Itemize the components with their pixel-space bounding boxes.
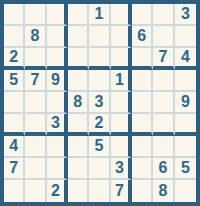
sudoku-cell-r9c9[interactable] [175, 180, 196, 202]
sudoku-cell-r5c3[interactable] [47, 92, 68, 114]
sudoku-cell-r5c7[interactable] [132, 92, 153, 114]
sudoku-cell-r5c2[interactable] [25, 92, 46, 114]
sudoku-cell-r4c1[interactable]: 5 [4, 70, 25, 92]
sudoku-cell-r6c3[interactable]: 3 [47, 114, 68, 136]
sudoku-cell-r8c8[interactable]: 6 [153, 158, 174, 180]
sudoku-cell-r5c9[interactable]: 9 [175, 92, 196, 114]
sudoku-cell-r4c2[interactable]: 7 [25, 70, 46, 92]
sudoku-cell-r8c9[interactable]: 5 [175, 158, 196, 180]
sudoku-cell-r6c6[interactable] [111, 114, 132, 136]
sudoku-cell-r7c4[interactable] [68, 136, 89, 158]
sudoku-cell-r6c5[interactable]: 2 [89, 114, 110, 136]
sudoku-cell-r3c6[interactable] [111, 48, 132, 70]
sudoku-cell-r8c3[interactable] [47, 158, 68, 180]
sudoku-cell-r5c8[interactable] [153, 92, 174, 114]
sudoku-cell-r7c3[interactable] [47, 136, 68, 158]
sudoku-cell-r1c5[interactable]: 1 [89, 4, 110, 26]
sudoku-cell-r4c5[interactable] [89, 70, 110, 92]
sudoku-cell-r4c6[interactable]: 1 [111, 70, 132, 92]
sudoku-cell-r4c8[interactable] [153, 70, 174, 92]
sudoku-cell-r2c7[interactable]: 6 [132, 26, 153, 48]
sudoku-cell-r9c5[interactable] [89, 180, 110, 202]
sudoku-cell-r2c2[interactable]: 8 [25, 26, 46, 48]
sudoku-cell-r8c5[interactable] [89, 158, 110, 180]
sudoku-cell-r5c1[interactable] [4, 92, 25, 114]
sudoku-cell-r5c6[interactable] [111, 92, 132, 114]
sudoku-cell-r6c8[interactable] [153, 114, 174, 136]
sudoku-cell-r2c1[interactable] [4, 26, 25, 48]
sudoku-cell-r1c8[interactable] [153, 4, 174, 26]
sudoku-cell-r7c1[interactable]: 4 [4, 136, 25, 158]
sudoku-cell-r3c2[interactable] [25, 48, 46, 70]
sudoku-cell-r1c3[interactable] [47, 4, 68, 26]
sudoku-cell-r3c1[interactable]: 2 [4, 48, 25, 70]
sudoku-cell-r8c4[interactable] [68, 158, 89, 180]
sudoku-cell-r9c4[interactable] [68, 180, 89, 202]
sudoku-cell-r9c1[interactable] [4, 180, 25, 202]
sudoku-cell-r3c3[interactable] [47, 48, 68, 70]
sudoku-cell-r3c9[interactable]: 4 [175, 48, 196, 70]
sudoku-cell-r7c8[interactable] [153, 136, 174, 158]
sudoku-cell-r9c8[interactable]: 8 [153, 180, 174, 202]
sudoku-cell-r6c9[interactable] [175, 114, 196, 136]
sudoku-cell-r9c7[interactable] [132, 180, 153, 202]
sudoku-cell-r9c6[interactable]: 7 [111, 180, 132, 202]
sudoku-cell-r2c3[interactable] [47, 26, 68, 48]
sudoku-cell-r2c6[interactable] [111, 26, 132, 48]
sudoku-cell-r7c7[interactable] [132, 136, 153, 158]
sudoku-cell-r5c5[interactable]: 3 [89, 92, 110, 114]
sudoku-grid: 1386274579183932457365278 [4, 4, 196, 202]
sudoku-cell-r4c4[interactable] [68, 70, 89, 92]
sudoku-cell-r1c1[interactable] [4, 4, 25, 26]
sudoku-cell-r1c4[interactable] [68, 4, 89, 26]
sudoku-cell-r8c6[interactable]: 3 [111, 158, 132, 180]
sudoku-cell-r2c9[interactable] [175, 26, 196, 48]
sudoku-board: 1386274579183932457365278 [0, 0, 200, 206]
sudoku-cell-r8c1[interactable]: 7 [4, 158, 25, 180]
sudoku-cell-r9c2[interactable] [25, 180, 46, 202]
sudoku-cell-r8c7[interactable] [132, 158, 153, 180]
sudoku-cell-r3c5[interactable] [89, 48, 110, 70]
sudoku-cell-r4c7[interactable] [132, 70, 153, 92]
sudoku-cell-r7c9[interactable] [175, 136, 196, 158]
sudoku-cell-r3c4[interactable] [68, 48, 89, 70]
sudoku-cell-r2c5[interactable] [89, 26, 110, 48]
sudoku-cell-r4c3[interactable]: 9 [47, 70, 68, 92]
sudoku-cell-r3c8[interactable]: 7 [153, 48, 174, 70]
sudoku-cell-r1c2[interactable] [25, 4, 46, 26]
sudoku-cell-r9c3[interactable]: 2 [47, 180, 68, 202]
sudoku-cell-r4c9[interactable] [175, 70, 196, 92]
sudoku-cell-r6c2[interactable] [25, 114, 46, 136]
sudoku-cell-r6c4[interactable] [68, 114, 89, 136]
sudoku-cell-r5c4[interactable]: 8 [68, 92, 89, 114]
sudoku-cell-r2c8[interactable] [153, 26, 174, 48]
sudoku-cell-r1c9[interactable]: 3 [175, 4, 196, 26]
sudoku-cell-r1c6[interactable] [111, 4, 132, 26]
sudoku-cell-r3c7[interactable] [132, 48, 153, 70]
sudoku-cell-r7c2[interactable] [25, 136, 46, 158]
sudoku-cell-r2c4[interactable] [68, 26, 89, 48]
sudoku-cell-r1c7[interactable] [132, 4, 153, 26]
sudoku-cell-r7c5[interactable]: 5 [89, 136, 110, 158]
sudoku-cell-r6c1[interactable] [4, 114, 25, 136]
sudoku-cell-r8c2[interactable] [25, 158, 46, 180]
sudoku-cell-r6c7[interactable] [132, 114, 153, 136]
sudoku-cell-r7c6[interactable] [111, 136, 132, 158]
